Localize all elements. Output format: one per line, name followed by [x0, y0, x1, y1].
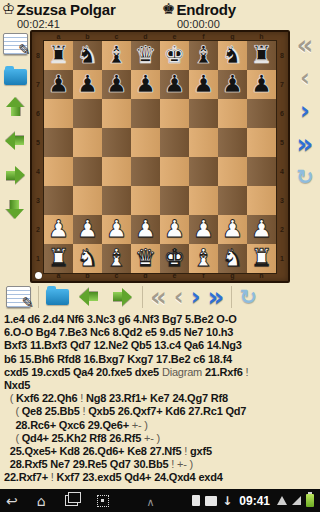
move-text[interactable]: 25.Qxe5+ Kd8 26.Qd6+ Ke8 27.Nf5 — [10, 445, 182, 457]
annotation-text: +- ) — [141, 432, 160, 444]
white-player-name: Zsuzsa Polgar — [16, 1, 115, 18]
android-navbar: ↩ ⌂ ∧ ↓ 09:41 — [0, 489, 320, 512]
white-king-icon: ♔ — [2, 2, 15, 17]
square-h2[interactable]: ♟ — [247, 215, 276, 244]
move-text[interactable]: Qxb5 26.Qxf7+ Kd6 27.Rc1 Qd7 — [88, 405, 246, 417]
move-text[interactable]: Qe8 25.Bb5 — [22, 405, 80, 417]
square-f5[interactable] — [189, 128, 218, 157]
move-list[interactable]: 1.e4 d6 2.d4 Nf6 3.Nc3 g6 4.Nf3 Bg7 5.Be… — [0, 310, 320, 489]
move-line[interactable]: Bxf3 11.Bxf3 Qd7 12.Ne2 Qb5 13.c4 Qa6 14… — [4, 339, 316, 352]
player-black: ♚ Endrody 00:00:00 — [160, 0, 320, 30]
move-text[interactable]: Nxd5 — [4, 379, 30, 391]
square-h8[interactable]: ♜ — [247, 41, 276, 70]
back-icon[interactable]: ↩ — [6, 494, 18, 508]
white-clock: 00:02:41 — [17, 18, 160, 30]
signal-icon — [292, 496, 301, 505]
coord-right: 87654321 — [276, 41, 288, 273]
square-b8[interactable]: ♞ — [73, 41, 102, 70]
square-h5[interactable] — [247, 128, 276, 157]
black-piece-r[interactable]: ♜ — [251, 41, 273, 70]
coord-label: h — [247, 32, 276, 41]
black-piece-k[interactable]: ♚ — [164, 41, 186, 70]
white-piece-p[interactable]: ♟ — [106, 215, 128, 244]
square-e5[interactable] — [160, 128, 189, 157]
square-e1[interactable]: ♚ — [160, 244, 189, 273]
annotation-text: ! — [77, 392, 86, 404]
coord-label: 5 — [276, 128, 288, 157]
square-a1[interactable]: ♜ — [44, 244, 73, 273]
coord-label: 4 — [276, 157, 288, 186]
square-a4[interactable] — [44, 157, 73, 186]
coord-label: e — [160, 32, 189, 41]
move-line[interactable]: 1.e4 d6 2.d4 Nf6 3.Nc3 g6 4.Nf3 Bg7 5.Be… — [4, 313, 316, 326]
square-d2[interactable]: ♟ — [131, 215, 160, 244]
move-line[interactable]: 22.Rxf7+ ! Kxf7 23.exd5 Qd4+ 24.Qxd4 exd… — [4, 471, 316, 484]
coord-label: 1 — [32, 244, 44, 273]
coord-label: 6 — [32, 99, 44, 128]
square-f3[interactable] — [189, 186, 218, 215]
square-d6[interactable] — [131, 99, 160, 128]
square-g6[interactable] — [218, 99, 247, 128]
coord-label: 1 — [276, 244, 288, 273]
black-player-name: Endrody — [176, 1, 235, 18]
annotation-text: ( — [4, 432, 22, 444]
square-b4[interactable] — [73, 157, 102, 186]
player-header: ♔ Zsuzsa Polgar 00:02:41 ♚ Endrody 00:00… — [0, 0, 320, 30]
fast-rewind-icon[interactable]: « — [297, 34, 314, 56]
coord-label: 2 — [32, 215, 44, 244]
white-piece-q[interactable]: ♛ — [135, 244, 157, 273]
square-b7[interactable]: ♟ — [73, 70, 102, 99]
move-line[interactable]: ( Qd4+ 25.Kh2 Rf8 26.Rf5 +- ) — [4, 432, 316, 445]
annotation-text: +- ) — [129, 419, 148, 431]
move-line[interactable]: cxd5 19.cxd5 Qa4 20.fxe5 dxe5 Diagram 21… — [4, 366, 316, 379]
black-piece-p[interactable]: ♟ — [251, 70, 273, 99]
move-text[interactable]: 22.Rxf7+ — [4, 471, 48, 483]
square-e8[interactable]: ♚ — [160, 41, 189, 70]
black-piece-q[interactable]: ♛ — [135, 41, 157, 70]
move-line[interactable]: 6.O-O Bg4 7.Be3 Nc6 8.Qd2 e5 9.d5 Ne7 10… — [4, 326, 316, 339]
square-b3[interactable] — [73, 186, 102, 215]
edit-game-icon[interactable]: ✎ — [3, 33, 28, 55]
white-piece-r[interactable]: ♜ — [251, 244, 273, 273]
square-a8[interactable]: ♜ — [44, 41, 73, 70]
recent-apps-icon[interactable] — [65, 495, 78, 506]
wifi-icon — [277, 496, 287, 505]
black-king-icon: ♚ — [162, 2, 175, 17]
black-clock: 00:00:00 — [177, 18, 320, 30]
download-icon: ↓ — [222, 495, 232, 507]
square-d3[interactable] — [131, 186, 160, 215]
annotation-text: ! +- ) — [168, 458, 193, 470]
square-g7[interactable]: ♟ — [218, 70, 247, 99]
fast-forward-icon[interactable]: » — [297, 133, 314, 155]
annotation-text: Diagram — [162, 366, 202, 378]
coord-label: 7 — [32, 70, 44, 99]
move-text[interactable]: 28.Rxf5 Ne7 29.Re5 Qd7 30.Bb5 — [10, 458, 169, 470]
coord-label: 3 — [276, 186, 288, 215]
square-h7[interactable]: ♟ — [247, 70, 276, 99]
white-piece-p[interactable]: ♟ — [48, 215, 70, 244]
square-d4[interactable] — [131, 157, 160, 186]
image-notification-icon — [205, 496, 217, 506]
open-folder-icon[interactable] — [4, 69, 27, 85]
white-piece-n[interactable]: ♞ — [222, 244, 244, 273]
move-line[interactable]: 25.Qxe5+ Kd8 26.Qd6+ Ke8 27.Nf5 ! gxf5 — [4, 445, 316, 458]
square-a6[interactable] — [44, 99, 73, 128]
square-d8[interactable]: ♛ — [131, 41, 160, 70]
left-toolbar: ✎ — [0, 30, 30, 283]
square-g1[interactable]: ♞ — [218, 244, 247, 273]
coord-label: 7 — [276, 70, 288, 99]
square-h3[interactable] — [247, 186, 276, 215]
step-back-icon[interactable]: ‹ — [300, 67, 310, 89]
move-text[interactable]: cxd5 19.cxd5 Qa4 20.fxe5 dxe5 — [4, 366, 162, 378]
square-c2[interactable]: ♟ — [102, 215, 131, 244]
black-piece-p[interactable]: ♟ — [193, 70, 215, 99]
move-text[interactable]: Kxf6 22.Qh6 — [16, 392, 77, 404]
square-d7[interactable]: ♟ — [131, 70, 160, 99]
player-white: ♔ Zsuzsa Polgar 00:02:41 — [0, 0, 160, 30]
coord-label: 2 — [276, 215, 288, 244]
move-text[interactable]: Qd4+ 25.Kh2 Rf8 26.Rf5 — [22, 432, 141, 444]
square-c4[interactable] — [102, 157, 131, 186]
coord-label: c — [102, 32, 131, 41]
edit-game-icon[interactable]: ✎ — [6, 286, 31, 308]
white-piece-r[interactable]: ♜ — [48, 244, 70, 273]
move-text[interactable]: Bxf3 11.Bxf3 Qd7 12.Ne2 Qb5 13.c4 Qa6 14… — [4, 339, 242, 351]
status-clock: 09:41 — [239, 494, 270, 508]
move-text[interactable]: 28.Rc6+ Qxc6 29.Qe6+ — [15, 419, 128, 431]
nav-buttons: ↩ ⌂ — [6, 494, 109, 508]
black-piece-p[interactable]: ♟ — [164, 70, 186, 99]
right-arrow-icon[interactable] — [109, 285, 135, 309]
square-g5[interactable] — [218, 128, 247, 157]
coord-label: a — [44, 32, 73, 41]
coord-label: b — [73, 32, 102, 41]
square-f6[interactable] — [189, 99, 218, 128]
square-f7[interactable]: ♟ — [189, 70, 218, 99]
move-line[interactable]: 28.Rc6+ Qxc6 29.Qe6+ +- ) — [4, 419, 316, 432]
square-b5[interactable] — [73, 128, 102, 157]
annotation-text — [4, 419, 15, 431]
chess-board[interactable]: abcdefgh abcdefgh 87654321 87654321 ♜♞♝♛… — [30, 30, 290, 283]
square-d5[interactable] — [131, 128, 160, 157]
annotation-text: ! — [80, 405, 89, 417]
white-piece-n[interactable]: ♞ — [77, 244, 99, 273]
black-piece-n[interactable]: ♞ — [222, 41, 244, 70]
white-piece-b[interactable]: ♝ — [106, 244, 128, 273]
coord-label: 6 — [276, 99, 288, 128]
fast-rewind-icon[interactable]: « — [150, 285, 167, 309]
board-grid: ♜♞♝♛♚♝♞♜♟♟♟♟♟♟♟♟♟♟♟♟♟♟♟♟♜♞♝♛♚♝♞♜ — [44, 41, 276, 273]
right-toolbar: « ‹ › » ↻ — [290, 30, 320, 283]
right-arrow-icon[interactable] — [2, 163, 28, 187]
square-e6[interactable] — [160, 99, 189, 128]
square-g4[interactable] — [218, 157, 247, 186]
square-a3[interactable] — [44, 186, 73, 215]
pen-icon: ✎ — [21, 296, 34, 311]
left-arrow-icon[interactable] — [2, 129, 28, 153]
white-piece-p[interactable]: ♟ — [222, 215, 244, 244]
black-piece-b[interactable]: ♝ — [193, 41, 215, 70]
annotation-text: ( — [4, 392, 16, 404]
square-e4[interactable] — [160, 157, 189, 186]
move-text[interactable]: b6 15.Bh6 Rfd8 16.Bxg7 Kxg7 17.Be2 c6 18… — [4, 353, 232, 365]
black-piece-p[interactable]: ♟ — [48, 70, 70, 99]
open-folder-icon[interactable] — [46, 289, 69, 305]
square-c8[interactable]: ♝ — [102, 41, 131, 70]
refresh-icon[interactable]: ↻ — [239, 286, 257, 308]
black-piece-b[interactable]: ♝ — [106, 41, 128, 70]
square-f4[interactable] — [189, 157, 218, 186]
fast-forward-icon[interactable]: » — [208, 285, 225, 309]
square-a5[interactable] — [44, 128, 73, 157]
white-piece-p[interactable]: ♟ — [77, 215, 99, 244]
square-a7[interactable]: ♟ — [44, 70, 73, 99]
move-line[interactable]: ( Qe8 25.Bb5 ! Qxb5 26.Qxf7+ Kd6 27.Rc1 … — [4, 405, 316, 418]
refresh-icon[interactable]: ↻ — [296, 166, 314, 188]
square-b2[interactable]: ♟ — [73, 215, 102, 244]
pen-icon: ✎ — [18, 43, 31, 58]
square-c5[interactable] — [102, 128, 131, 157]
square-a2[interactable]: ♟ — [44, 215, 73, 244]
up-arrow-icon[interactable] — [3, 94, 27, 120]
square-c3[interactable] — [102, 186, 131, 215]
screenshot-icon[interactable] — [97, 495, 109, 507]
square-e3[interactable] — [160, 186, 189, 215]
square-b6[interactable] — [73, 99, 102, 128]
coord-label: 8 — [276, 41, 288, 70]
black-piece-p[interactable]: ♟ — [222, 70, 244, 99]
black-piece-n[interactable]: ♞ — [77, 41, 99, 70]
coord-label: d — [131, 32, 160, 41]
white-to-move-indicator — [35, 272, 42, 279]
black-piece-p[interactable]: ♟ — [77, 70, 99, 99]
left-arrow-icon[interactable] — [76, 285, 102, 309]
white-piece-p[interactable]: ♟ — [193, 215, 215, 244]
annotation-text: ! — [181, 445, 190, 457]
square-f8[interactable]: ♝ — [189, 41, 218, 70]
step-forward-icon[interactable]: › — [191, 285, 201, 309]
move-line[interactable]: 28.Rxf5 Ne7 29.Re5 Qd7 30.Bb5 ! +- ) — [4, 458, 316, 471]
annotation-text: ! — [243, 366, 249, 378]
step-forward-icon[interactable]: › — [300, 100, 310, 122]
toolbar-separator — [231, 286, 232, 308]
move-text[interactable]: 21.Rxf6 — [202, 366, 243, 378]
square-f2[interactable]: ♟ — [189, 215, 218, 244]
white-piece-p[interactable]: ♟ — [135, 215, 157, 244]
move-line[interactable]: b6 15.Bh6 Rfd8 16.Bxg7 Kxg7 17.Be2 c6 18… — [4, 353, 316, 366]
file-notification-icon — [192, 495, 200, 506]
coord-label: 8 — [32, 41, 44, 70]
square-e2[interactable]: ♟ — [160, 215, 189, 244]
black-piece-r[interactable]: ♜ — [48, 41, 70, 70]
white-piece-p[interactable]: ♟ — [164, 215, 186, 244]
white-piece-k[interactable]: ♚ — [164, 244, 186, 273]
square-e7[interactable]: ♟ — [160, 70, 189, 99]
status-icons: ↓ 09:41 — [192, 494, 314, 508]
white-piece-p[interactable]: ♟ — [251, 215, 273, 244]
square-b1[interactable]: ♞ — [73, 244, 102, 273]
move-text[interactable]: 6.O-O Bg4 7.Be3 Nc6 8.Qd2 e5 9.d5 Ne7 10… — [4, 326, 233, 338]
square-h4[interactable] — [247, 157, 276, 186]
black-piece-p[interactable]: ♟ — [135, 70, 157, 99]
square-g3[interactable] — [218, 186, 247, 215]
square-g8[interactable]: ♞ — [218, 41, 247, 70]
coord-label: 5 — [32, 128, 44, 157]
coord-label: f — [189, 32, 218, 41]
coord-top: abcdefgh — [44, 32, 276, 41]
bottom-toolbar: ✎ « ‹ › » ↻ — [0, 283, 320, 310]
move-text[interactable]: Kxf7 23.exd5 Qd4+ 24.Qxd4 exd4 — [57, 471, 223, 483]
down-arrow-icon[interactable] — [3, 196, 27, 222]
toolbar-separator — [142, 286, 143, 308]
move-line[interactable]: Nxd5 — [4, 379, 316, 392]
square-f1[interactable]: ♝ — [189, 244, 218, 273]
move-text[interactable]: 1.e4 d6 2.d4 Nf6 3.Nc3 g6 4.Nf3 Bg7 5.Be… — [4, 313, 237, 325]
move-line[interactable]: ( Kxf6 22.Qh6 ! Ng8 23.Rf1+ Ke7 24.Qg7 R… — [4, 392, 316, 405]
square-d1[interactable]: ♛ — [131, 244, 160, 273]
white-piece-b[interactable]: ♝ — [193, 244, 215, 273]
home-icon[interactable]: ⌂ — [37, 494, 46, 508]
step-back-icon[interactable]: ‹ — [174, 285, 184, 309]
square-h6[interactable] — [247, 99, 276, 128]
annotation-text: ! — [48, 471, 57, 483]
chess-app-window: ♔ Zsuzsa Polgar 00:02:41 ♚ Endrody 00:00… — [0, 0, 320, 512]
coord-label: 3 — [32, 186, 44, 215]
move-text[interactable]: Ng8 23.Rf1+ Ke7 24.Qg7 Rf8 — [86, 392, 228, 404]
square-c1[interactable]: ♝ — [102, 244, 131, 273]
quick-access-chevron-icon[interactable]: ∧ — [146, 496, 154, 509]
square-g2[interactable]: ♟ — [218, 215, 247, 244]
annotation-text: ( — [4, 405, 22, 417]
coord-label: g — [218, 32, 247, 41]
battery-icon — [306, 494, 314, 507]
move-text[interactable]: gxf5 — [190, 445, 212, 457]
square-h1[interactable]: ♜ — [247, 244, 276, 273]
toolbar-separator — [38, 286, 39, 308]
black-piece-p[interactable]: ♟ — [106, 70, 128, 99]
square-c6[interactable] — [102, 99, 131, 128]
square-c7[interactable]: ♟ — [102, 70, 131, 99]
coord-left: 87654321 — [32, 41, 44, 273]
coord-label: 4 — [32, 157, 44, 186]
